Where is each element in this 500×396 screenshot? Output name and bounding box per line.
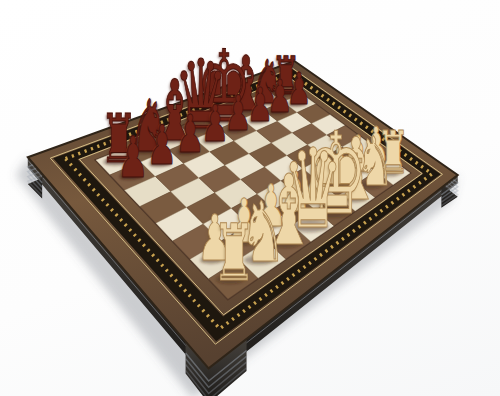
piece-black-pawn-a7[interactable]: ♟ — [117, 129, 149, 186]
piece-black-pawn-c7[interactable]: ♟ — [175, 108, 204, 161]
piece-black-pawn-b7[interactable]: ♟ — [147, 118, 177, 173]
piece-black-pawn-d7[interactable]: ♟ — [201, 98, 229, 149]
piece-white-rook-a1[interactable]: ♜ — [212, 214, 256, 292]
chess-set-photo: ♜♞♟♝♟♚♟♛♟♝♟♞♟♟♜♟♟♜♟♟♞♟♝♟♚♟♛♟♝♞♟♜ — [0, 0, 500, 396]
